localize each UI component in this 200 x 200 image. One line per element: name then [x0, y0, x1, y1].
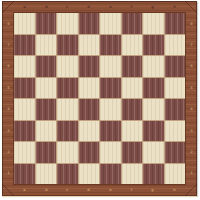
square-e2[interactable]	[100, 142, 121, 163]
square-b8[interactable]	[36, 13, 57, 34]
square-f7[interactable]	[122, 35, 143, 56]
square-b7[interactable]	[36, 35, 57, 56]
coord-left-5: 5	[2, 77, 14, 98]
coord-top-h: h	[164, 1, 185, 13]
coord-right-3: 3	[185, 120, 197, 141]
square-a2[interactable]	[14, 142, 35, 163]
square-b6[interactable]	[36, 56, 57, 77]
coord-bottom-c: c	[57, 184, 78, 196]
square-d3[interactable]	[79, 121, 100, 142]
square-d1[interactable]	[79, 164, 100, 185]
square-g4[interactable]	[143, 99, 164, 120]
coord-left-2: 2	[2, 141, 14, 162]
frame-miter-bottom-right	[185, 184, 197, 196]
square-a7[interactable]	[14, 35, 35, 56]
coord-right-1: 1	[185, 163, 197, 184]
square-e7[interactable]	[100, 35, 121, 56]
chess-board: abcdefgh abcdefgh 87654321 87654321	[2, 1, 197, 196]
square-b5[interactable]	[36, 78, 57, 99]
coord-right-6: 6	[185, 56, 197, 77]
square-h5[interactable]	[165, 78, 186, 99]
coord-left-1: 1	[2, 163, 14, 184]
square-g7[interactable]	[143, 35, 164, 56]
square-h1[interactable]	[165, 164, 186, 185]
square-a5[interactable]	[14, 78, 35, 99]
square-d8[interactable]	[79, 13, 100, 34]
coord-right-2: 2	[185, 141, 197, 162]
square-d4[interactable]	[79, 99, 100, 120]
square-f5[interactable]	[122, 78, 143, 99]
square-e4[interactable]	[100, 99, 121, 120]
square-a8[interactable]	[14, 13, 35, 34]
file-labels-bottom: abcdefgh	[14, 184, 185, 196]
square-c1[interactable]	[57, 164, 78, 185]
square-g8[interactable]	[143, 13, 164, 34]
square-h6[interactable]	[165, 56, 186, 77]
square-f6[interactable]	[122, 56, 143, 77]
coord-top-d: d	[78, 1, 99, 13]
coord-bottom-h: h	[164, 184, 185, 196]
square-f3[interactable]	[122, 121, 143, 142]
frame-miter-top-left	[2, 1, 14, 13]
square-b3[interactable]	[36, 121, 57, 142]
square-b4[interactable]	[36, 99, 57, 120]
coord-top-c: c	[57, 1, 78, 13]
square-a6[interactable]	[14, 56, 35, 77]
square-g3[interactable]	[143, 121, 164, 142]
square-a3[interactable]	[14, 121, 35, 142]
square-h8[interactable]	[165, 13, 186, 34]
coord-bottom-e: e	[100, 184, 121, 196]
square-h3[interactable]	[165, 121, 186, 142]
square-e3[interactable]	[100, 121, 121, 142]
coord-bottom-a: a	[14, 184, 35, 196]
coord-left-4: 4	[2, 99, 14, 120]
square-f4[interactable]	[122, 99, 143, 120]
square-e5[interactable]	[100, 78, 121, 99]
coord-left-6: 6	[2, 56, 14, 77]
square-d6[interactable]	[79, 56, 100, 77]
coord-left-7: 7	[2, 34, 14, 55]
square-d7[interactable]	[79, 35, 100, 56]
square-h2[interactable]	[165, 142, 186, 163]
file-labels-top: abcdefgh	[14, 1, 185, 13]
frame-miter-bottom-left	[2, 184, 14, 196]
square-g6[interactable]	[143, 56, 164, 77]
square-c5[interactable]	[57, 78, 78, 99]
playing-field	[14, 13, 185, 184]
square-c7[interactable]	[57, 35, 78, 56]
coord-left-8: 8	[2, 13, 14, 34]
square-c6[interactable]	[57, 56, 78, 77]
square-h7[interactable]	[165, 35, 186, 56]
square-e1[interactable]	[100, 164, 121, 185]
square-f2[interactable]	[122, 142, 143, 163]
rank-labels-left: 87654321	[2, 13, 14, 184]
square-h4[interactable]	[165, 99, 186, 120]
frame-miter-top-right	[185, 1, 197, 13]
square-a4[interactable]	[14, 99, 35, 120]
coord-bottom-g: g	[142, 184, 163, 196]
coord-left-3: 3	[2, 120, 14, 141]
square-b2[interactable]	[36, 142, 57, 163]
square-b1[interactable]	[36, 164, 57, 185]
coord-bottom-f: f	[121, 184, 142, 196]
coord-right-8: 8	[185, 13, 197, 34]
coord-bottom-b: b	[35, 184, 56, 196]
coord-bottom-d: d	[78, 184, 99, 196]
square-c4[interactable]	[57, 99, 78, 120]
coord-right-4: 4	[185, 99, 197, 120]
coord-right-5: 5	[185, 77, 197, 98]
coord-top-e: e	[100, 1, 121, 13]
square-f1[interactable]	[122, 164, 143, 185]
coord-top-g: g	[142, 1, 163, 13]
square-d5[interactable]	[79, 78, 100, 99]
square-c2[interactable]	[57, 142, 78, 163]
square-a1[interactable]	[14, 164, 35, 185]
coord-top-a: a	[14, 1, 35, 13]
coord-top-f: f	[121, 1, 142, 13]
square-e6[interactable]	[100, 56, 121, 77]
square-f8[interactable]	[122, 13, 143, 34]
square-g5[interactable]	[143, 78, 164, 99]
square-g2[interactable]	[143, 142, 164, 163]
square-c8[interactable]	[57, 13, 78, 34]
rank-labels-right: 87654321	[185, 13, 197, 184]
coord-top-b: b	[35, 1, 56, 13]
square-g1[interactable]	[143, 164, 164, 185]
coord-right-7: 7	[185, 34, 197, 55]
square-d2[interactable]	[79, 142, 100, 163]
square-c3[interactable]	[57, 121, 78, 142]
square-e8[interactable]	[100, 13, 121, 34]
